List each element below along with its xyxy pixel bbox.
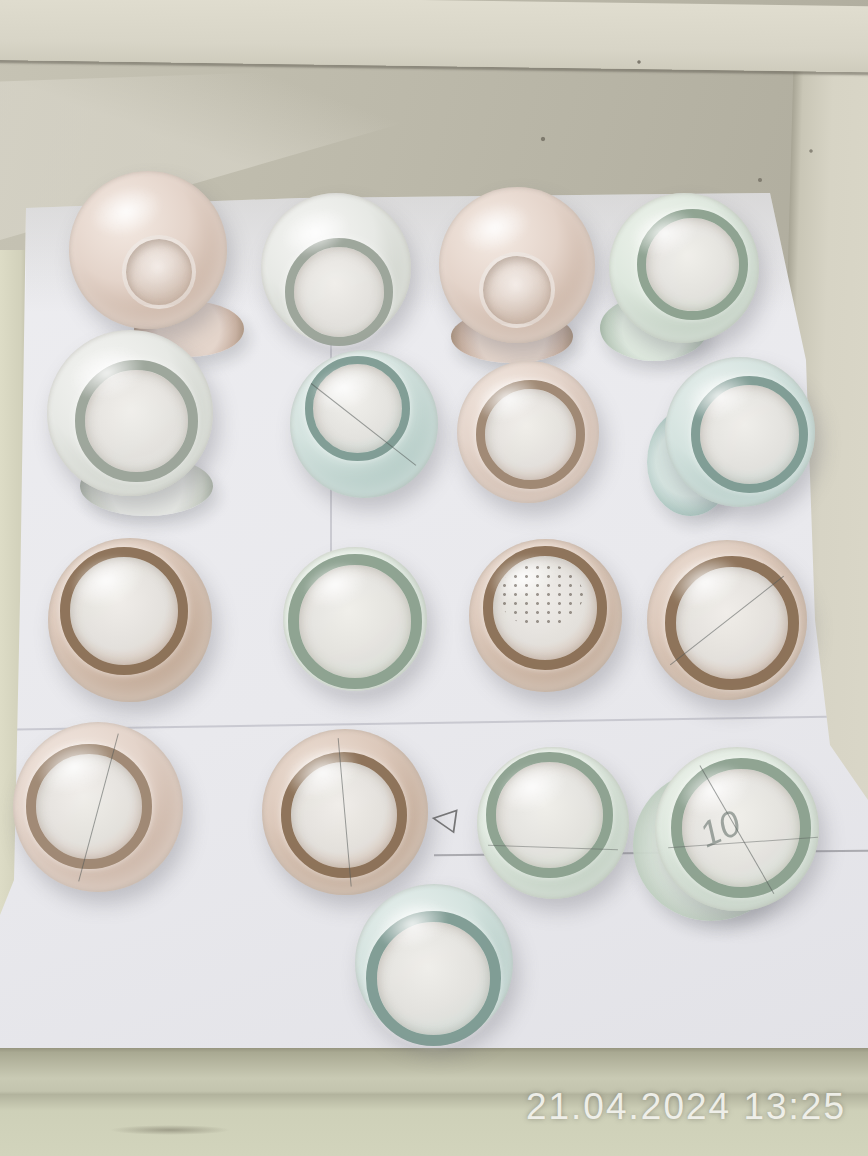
window-frame-top (0, 0, 868, 73)
pen-mark-triangle: ◁ (429, 796, 459, 837)
cupping-jar (69, 171, 227, 329)
cupping-jar (439, 187, 595, 343)
cupping-jar (47, 330, 213, 496)
timestamp-watermark: 21.04.2024 13:25 (526, 1086, 846, 1128)
cupping-jar (48, 538, 212, 702)
photo-scene: ◁ 10 21.04.2024 13:25 (0, 0, 868, 1156)
cupping-jar (665, 357, 815, 507)
cupping-jar (469, 539, 622, 692)
jar-mouth-opening (122, 235, 196, 309)
cupping-jar (290, 350, 438, 498)
cupping-jar (457, 361, 599, 503)
cupping-jar (609, 193, 759, 343)
cupping-jar (647, 540, 807, 700)
sill-smudge (110, 1125, 230, 1135)
cupping-jar (261, 193, 411, 343)
cupping-jar (283, 547, 427, 691)
jar-dirt-specks (499, 563, 583, 627)
cupping-jar (477, 747, 629, 899)
cupping-jar (355, 884, 513, 1042)
cupping-jar (262, 729, 428, 895)
cupping-jar (13, 722, 183, 892)
jar-mouth-opening (479, 252, 556, 329)
